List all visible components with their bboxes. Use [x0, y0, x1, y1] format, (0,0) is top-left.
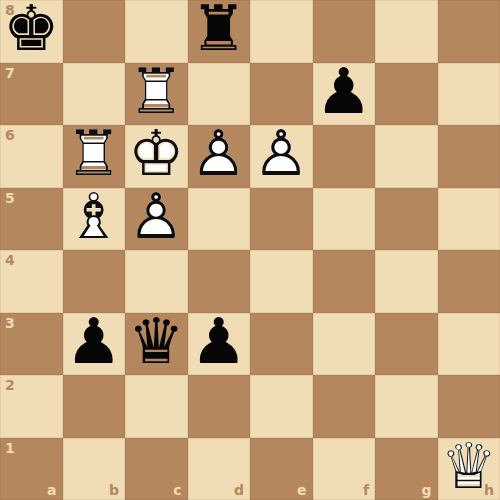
- square-a7[interactable]: 7: [0, 63, 63, 126]
- square-h3[interactable]: [438, 313, 500, 376]
- square-c6[interactable]: ♚♔: [125, 125, 188, 188]
- piece-black-pawn-icon[interactable]: ♟: [313, 63, 376, 126]
- square-g5[interactable]: [375, 188, 438, 251]
- square-d6[interactable]: ♟♙: [188, 125, 251, 188]
- rank-label-2: 2: [5, 378, 15, 392]
- piece-white-pawn-icon[interactable]: ♟♙: [125, 188, 188, 251]
- square-f3[interactable]: [313, 313, 376, 376]
- chess-board: 8♚♜7♜♖♟6♜♖♚♔♟♙♟♙5♝♗♟♙43♟♛♟21abcdefgh♛♕: [0, 0, 500, 500]
- file-label-c: c: [173, 483, 181, 497]
- square-h5[interactable]: [438, 188, 500, 251]
- square-g7[interactable]: [375, 63, 438, 126]
- square-h8[interactable]: [438, 0, 500, 63]
- square-g8[interactable]: [375, 0, 438, 63]
- square-c4[interactable]: [125, 250, 188, 313]
- file-label-b: b: [109, 483, 119, 497]
- rank-label-3: 3: [5, 316, 15, 330]
- piece-black-queen-icon[interactable]: ♛: [125, 313, 188, 376]
- square-b5[interactable]: ♝♗: [63, 188, 126, 251]
- square-e1[interactable]: e: [250, 438, 313, 500]
- rank-label-6: 6: [5, 128, 15, 142]
- square-b8[interactable]: [63, 0, 126, 63]
- square-d8[interactable]: ♜: [188, 0, 251, 63]
- square-f7[interactable]: ♟: [313, 63, 376, 126]
- square-f4[interactable]: [313, 250, 376, 313]
- square-f6[interactable]: [313, 125, 376, 188]
- square-d5[interactable]: [188, 188, 251, 251]
- piece-white-rook-icon[interactable]: ♜♖: [125, 63, 188, 126]
- square-h6[interactable]: [438, 125, 500, 188]
- square-a6[interactable]: 6: [0, 125, 63, 188]
- square-b6[interactable]: ♜♖: [63, 125, 126, 188]
- square-a4[interactable]: 4: [0, 250, 63, 313]
- square-c3[interactable]: ♛: [125, 313, 188, 376]
- piece-white-bishop-icon[interactable]: ♝♗: [63, 188, 126, 251]
- square-g4[interactable]: [375, 250, 438, 313]
- square-h7[interactable]: [438, 63, 500, 126]
- square-b4[interactable]: [63, 250, 126, 313]
- square-d7[interactable]: [188, 63, 251, 126]
- square-a5[interactable]: 5: [0, 188, 63, 251]
- square-e3[interactable]: [250, 313, 313, 376]
- rank-label-5: 5: [5, 191, 15, 205]
- square-d4[interactable]: [188, 250, 251, 313]
- file-label-g: g: [421, 483, 431, 497]
- piece-white-pawn-icon[interactable]: ♟♙: [250, 125, 313, 188]
- square-e6[interactable]: ♟♙: [250, 125, 313, 188]
- square-f8[interactable]: [313, 0, 376, 63]
- file-label-d: d: [234, 483, 244, 497]
- square-h4[interactable]: [438, 250, 500, 313]
- square-g3[interactable]: [375, 313, 438, 376]
- rank-label-1: 1: [5, 441, 15, 455]
- square-e8[interactable]: [250, 0, 313, 63]
- square-g6[interactable]: [375, 125, 438, 188]
- file-label-f: f: [363, 483, 369, 497]
- square-a3[interactable]: 3: [0, 313, 63, 376]
- file-label-a: a: [47, 483, 56, 497]
- square-d3[interactable]: ♟: [188, 313, 251, 376]
- piece-black-pawn-icon[interactable]: ♟: [63, 313, 126, 376]
- square-c8[interactable]: [125, 0, 188, 63]
- square-f5[interactable]: [313, 188, 376, 251]
- rank-label-4: 4: [5, 253, 15, 267]
- square-e7[interactable]: [250, 63, 313, 126]
- square-e5[interactable]: [250, 188, 313, 251]
- piece-white-rook-icon[interactable]: ♜♖: [63, 125, 126, 188]
- square-d1[interactable]: d: [188, 438, 251, 500]
- square-a8[interactable]: 8♚: [0, 0, 63, 63]
- square-c2[interactable]: [125, 375, 188, 438]
- square-b7[interactable]: [63, 63, 126, 126]
- square-h1[interactable]: h♛♕: [438, 438, 500, 500]
- file-label-e: e: [297, 483, 307, 497]
- square-a2[interactable]: 2: [0, 375, 63, 438]
- piece-black-pawn-icon[interactable]: ♟: [188, 313, 251, 376]
- piece-white-pawn-icon[interactable]: ♟♙: [188, 125, 251, 188]
- square-f1[interactable]: f: [313, 438, 376, 500]
- piece-white-queen-icon[interactable]: ♛♕: [438, 438, 500, 500]
- square-e4[interactable]: [250, 250, 313, 313]
- square-a1[interactable]: 1a: [0, 438, 63, 500]
- square-h2[interactable]: [438, 375, 500, 438]
- rank-label-7: 7: [5, 66, 15, 80]
- square-c5[interactable]: ♟♙: [125, 188, 188, 251]
- piece-black-king-icon[interactable]: ♚: [0, 0, 63, 63]
- square-b2[interactable]: [63, 375, 126, 438]
- square-c1[interactable]: c: [125, 438, 188, 500]
- piece-black-rook-icon[interactable]: ♜: [188, 0, 251, 63]
- square-d2[interactable]: [188, 375, 251, 438]
- square-e2[interactable]: [250, 375, 313, 438]
- square-b3[interactable]: ♟: [63, 313, 126, 376]
- square-c7[interactable]: ♜♖: [125, 63, 188, 126]
- square-g1[interactable]: g: [375, 438, 438, 500]
- square-b1[interactable]: b: [63, 438, 126, 500]
- square-f2[interactable]: [313, 375, 376, 438]
- square-g2[interactable]: [375, 375, 438, 438]
- piece-white-king-icon[interactable]: ♚♔: [125, 125, 188, 188]
